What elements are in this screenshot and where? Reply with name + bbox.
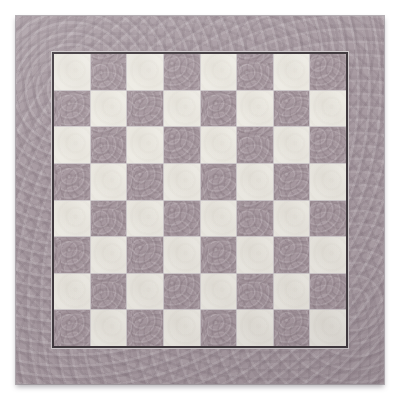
square-e2[interactable]	[201, 274, 237, 310]
square-d4[interactable]	[164, 201, 200, 237]
square-b7[interactable]	[91, 91, 127, 127]
square-g3[interactable]	[274, 237, 310, 273]
square-c3[interactable]	[127, 237, 163, 273]
square-d8[interactable]	[164, 54, 200, 90]
square-f1[interactable]	[237, 310, 273, 346]
square-g8[interactable]	[274, 54, 310, 90]
square-h5[interactable]	[310, 164, 346, 200]
square-b6[interactable]	[91, 127, 127, 163]
square-h3[interactable]	[310, 237, 346, 273]
square-e3[interactable]	[201, 237, 237, 273]
square-a1[interactable]	[54, 310, 90, 346]
square-h8[interactable]	[310, 54, 346, 90]
square-a5[interactable]	[54, 164, 90, 200]
square-g4[interactable]	[274, 201, 310, 237]
square-g7[interactable]	[274, 91, 310, 127]
square-d6[interactable]	[164, 127, 200, 163]
square-e8[interactable]	[201, 54, 237, 90]
square-a3[interactable]	[54, 237, 90, 273]
square-a2[interactable]	[54, 274, 90, 310]
square-c2[interactable]	[127, 274, 163, 310]
square-f4[interactable]	[237, 201, 273, 237]
square-h1[interactable]	[310, 310, 346, 346]
square-d1[interactable]	[164, 310, 200, 346]
square-a8[interactable]	[54, 54, 90, 90]
square-h7[interactable]	[310, 91, 346, 127]
square-h6[interactable]	[310, 127, 346, 163]
square-f5[interactable]	[237, 164, 273, 200]
screenshot-background	[0, 0, 400, 400]
square-a7[interactable]	[54, 91, 90, 127]
square-e4[interactable]	[201, 201, 237, 237]
square-c8[interactable]	[127, 54, 163, 90]
square-c7[interactable]	[127, 91, 163, 127]
square-e5[interactable]	[201, 164, 237, 200]
square-b1[interactable]	[91, 310, 127, 346]
square-e6[interactable]	[201, 127, 237, 163]
square-d3[interactable]	[164, 237, 200, 273]
square-a4[interactable]	[54, 201, 90, 237]
square-f2[interactable]	[237, 274, 273, 310]
square-c1[interactable]	[127, 310, 163, 346]
square-h4[interactable]	[310, 201, 346, 237]
square-g6[interactable]	[274, 127, 310, 163]
square-a6[interactable]	[54, 127, 90, 163]
square-f3[interactable]	[237, 237, 273, 273]
square-e7[interactable]	[201, 91, 237, 127]
square-f7[interactable]	[237, 91, 273, 127]
square-h2[interactable]	[310, 274, 346, 310]
square-c5[interactable]	[127, 164, 163, 200]
square-d7[interactable]	[164, 91, 200, 127]
chess-board-frame	[16, 16, 384, 384]
square-c4[interactable]	[127, 201, 163, 237]
square-d2[interactable]	[164, 274, 200, 310]
square-b3[interactable]	[91, 237, 127, 273]
square-g2[interactable]	[274, 274, 310, 310]
square-b2[interactable]	[91, 274, 127, 310]
square-f8[interactable]	[237, 54, 273, 90]
square-f6[interactable]	[237, 127, 273, 163]
chess-board	[54, 54, 346, 346]
square-b4[interactable]	[91, 201, 127, 237]
board-border-line	[52, 52, 348, 348]
square-g1[interactable]	[274, 310, 310, 346]
square-e1[interactable]	[201, 310, 237, 346]
square-c6[interactable]	[127, 127, 163, 163]
square-b5[interactable]	[91, 164, 127, 200]
square-g5[interactable]	[274, 164, 310, 200]
square-d5[interactable]	[164, 164, 200, 200]
square-b8[interactable]	[91, 54, 127, 90]
